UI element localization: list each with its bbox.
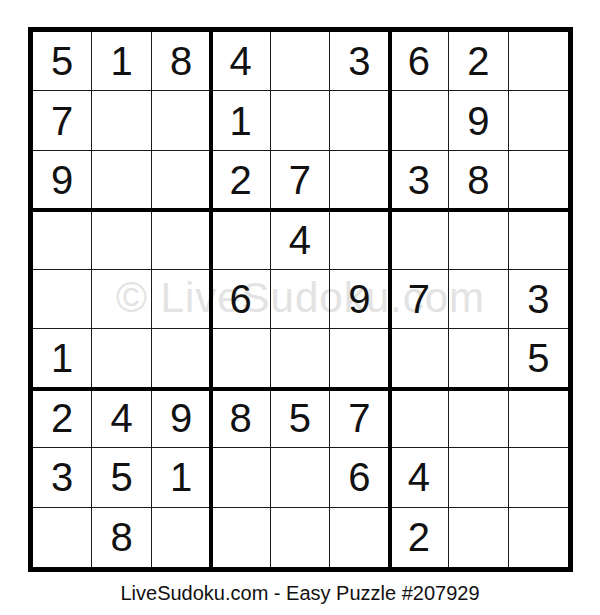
cell-r3c1[interactable]: 9 (33, 151, 92, 210)
given-digit: 3 (51, 457, 73, 497)
cell-r7c5[interactable]: 5 (271, 389, 330, 448)
cell-r8c1[interactable]: 3 (33, 448, 92, 507)
cell-r9c6[interactable] (330, 508, 389, 567)
cell-r7c7[interactable] (390, 389, 449, 448)
cell-r5c1[interactable] (33, 270, 92, 329)
given-digit: 2 (408, 517, 430, 557)
cell-r1c3[interactable]: 8 (152, 32, 211, 91)
cell-r5c2[interactable] (92, 270, 151, 329)
given-digit: 3 (527, 279, 549, 319)
cell-r5c9[interactable]: 3 (509, 270, 568, 329)
given-digit: 4 (229, 41, 251, 81)
given-digit: 2 (229, 160, 251, 200)
given-digit: 5 (289, 398, 311, 438)
given-digit: 9 (170, 398, 192, 438)
given-digit: 7 (348, 398, 370, 438)
cell-r9c2[interactable]: 8 (92, 508, 151, 567)
given-digit: 1 (51, 338, 73, 378)
cell-r4c9[interactable] (509, 210, 568, 269)
given-digit: 2 (467, 41, 489, 81)
sudoku-board: © LiveSudoku.com 51843627199273846973152… (28, 27, 573, 572)
cell-r5c5[interactable] (271, 270, 330, 329)
given-digit: 6 (348, 457, 370, 497)
given-digit: 1 (229, 101, 251, 141)
cell-r4c8[interactable] (449, 210, 508, 269)
cell-r2c8[interactable]: 9 (449, 91, 508, 150)
cell-r9c5[interactable] (271, 508, 330, 567)
cell-r4c5[interactable]: 4 (271, 210, 330, 269)
cell-r9c4[interactable] (211, 508, 270, 567)
cell-r6c4[interactable] (211, 329, 270, 388)
puzzle-caption: LiveSudoku.com - Easy Puzzle #207929 (0, 582, 600, 605)
cell-r9c7[interactable]: 2 (390, 508, 449, 567)
given-digit: 3 (348, 41, 370, 81)
given-digit: 4 (408, 457, 430, 497)
cell-r2c7[interactable] (390, 91, 449, 150)
cell-r8c3[interactable]: 1 (152, 448, 211, 507)
cell-r9c3[interactable] (152, 508, 211, 567)
cell-r7c9[interactable] (509, 389, 568, 448)
cell-r3c3[interactable] (152, 151, 211, 210)
cell-r7c3[interactable]: 9 (152, 389, 211, 448)
cell-r8c2[interactable]: 5 (92, 448, 151, 507)
cell-r6c1[interactable]: 1 (33, 329, 92, 388)
cell-r7c6[interactable]: 7 (330, 389, 389, 448)
given-digit: 6 (229, 279, 251, 319)
given-digit: 8 (170, 41, 192, 81)
cell-r6c5[interactable] (271, 329, 330, 388)
given-digit: 5 (527, 338, 549, 378)
cell-r4c2[interactable] (92, 210, 151, 269)
cell-r1c1[interactable]: 5 (33, 32, 92, 91)
cell-r5c4[interactable]: 6 (211, 270, 270, 329)
cell-r6c7[interactable] (390, 329, 449, 388)
cell-r7c4[interactable]: 8 (211, 389, 270, 448)
cell-r5c6[interactable]: 9 (330, 270, 389, 329)
cell-r1c2[interactable]: 1 (92, 32, 151, 91)
cell-r5c7[interactable]: 7 (390, 270, 449, 329)
cell-r4c6[interactable] (330, 210, 389, 269)
given-digit: 9 (467, 101, 489, 141)
cell-r1c7[interactable]: 6 (390, 32, 449, 91)
given-digit: 1 (170, 457, 192, 497)
given-digit: 8 (467, 160, 489, 200)
given-digit: 7 (289, 160, 311, 200)
cell-r6c3[interactable] (152, 329, 211, 388)
cell-r1c6[interactable]: 3 (330, 32, 389, 91)
given-digit: 4 (289, 220, 311, 260)
cell-r6c9[interactable]: 5 (509, 329, 568, 388)
cell-r1c4[interactable]: 4 (211, 32, 270, 91)
cell-r8c9[interactable] (509, 448, 568, 507)
given-digit: 5 (51, 41, 73, 81)
cell-r9c8[interactable] (449, 508, 508, 567)
given-digit: 7 (51, 101, 73, 141)
cell-r2c3[interactable] (152, 91, 211, 150)
cell-r3c7[interactable]: 3 (390, 151, 449, 210)
cell-r6c6[interactable] (330, 329, 389, 388)
cell-r3c2[interactable] (92, 151, 151, 210)
cell-r7c1[interactable]: 2 (33, 389, 92, 448)
cell-r8c7[interactable]: 4 (390, 448, 449, 507)
cell-r8c8[interactable] (449, 448, 508, 507)
cell-r7c2[interactable]: 4 (92, 389, 151, 448)
cell-r3c9[interactable] (509, 151, 568, 210)
cell-r1c9[interactable] (509, 32, 568, 91)
cell-r5c8[interactable] (449, 270, 508, 329)
cell-r3c8[interactable]: 8 (449, 151, 508, 210)
given-digit: 5 (111, 457, 133, 497)
cell-r2c4[interactable]: 1 (211, 91, 270, 150)
cell-r6c2[interactable] (92, 329, 151, 388)
cell-r9c9[interactable] (509, 508, 568, 567)
cell-r9c1[interactable] (33, 508, 92, 567)
cell-r4c4[interactable] (211, 210, 270, 269)
cell-r8c6[interactable]: 6 (330, 448, 389, 507)
sudoku-page: © LiveSudoku.com 51843627199273846973152… (0, 0, 600, 615)
given-digit: 6 (408, 41, 430, 81)
cell-r1c8[interactable]: 2 (449, 32, 508, 91)
given-digit: 9 (348, 279, 370, 319)
cell-r2c1[interactable]: 7 (33, 91, 92, 150)
given-digit: 1 (111, 41, 133, 81)
cell-r8c4[interactable] (211, 448, 270, 507)
cell-r4c3[interactable] (152, 210, 211, 269)
cell-r4c1[interactable] (33, 210, 92, 269)
cell-r2c6[interactable] (330, 91, 389, 150)
cell-r2c5[interactable] (271, 91, 330, 150)
given-digit: 2 (51, 398, 73, 438)
cell-r5c3[interactable] (152, 270, 211, 329)
cell-r8c5[interactable] (271, 448, 330, 507)
cell-r2c2[interactable] (92, 91, 151, 150)
cell-r1c5[interactable] (271, 32, 330, 91)
cell-r3c4[interactable]: 2 (211, 151, 270, 210)
cell-r4c7[interactable] (390, 210, 449, 269)
cell-r7c8[interactable] (449, 389, 508, 448)
given-digit: 8 (111, 517, 133, 557)
given-digit: 7 (408, 279, 430, 319)
cell-r6c8[interactable] (449, 329, 508, 388)
given-digit: 3 (408, 160, 430, 200)
cell-r3c5[interactable]: 7 (271, 151, 330, 210)
given-digit: 4 (111, 398, 133, 438)
cell-r2c9[interactable] (509, 91, 568, 150)
given-digit: 8 (229, 398, 251, 438)
given-digit: 9 (51, 160, 73, 200)
cell-r3c6[interactable] (330, 151, 389, 210)
